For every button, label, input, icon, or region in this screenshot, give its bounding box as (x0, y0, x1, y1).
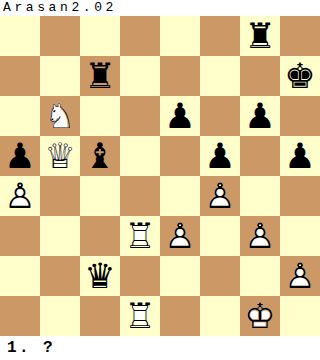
square-a6[interactable] (0, 96, 40, 136)
square-f3[interactable] (200, 216, 240, 256)
square-d1[interactable]: ♜♖ (120, 296, 160, 336)
piece-black-rook[interactable]: ♜ (80, 56, 120, 96)
square-b5[interactable]: ♛♕ (40, 136, 80, 176)
piece-white-queen[interactable]: ♛♕ (40, 136, 80, 176)
square-e4[interactable] (160, 176, 200, 216)
square-c8[interactable] (80, 16, 120, 56)
square-b2[interactable] (40, 256, 80, 296)
square-a5[interactable]: ♟ (0, 136, 40, 176)
piece-white-knight[interactable]: ♞♘ (40, 96, 80, 136)
square-d8[interactable] (120, 16, 160, 56)
square-a2[interactable] (0, 256, 40, 296)
chess-board: ♜♜♚♞♘♟♟♟♛♕♝♟♟♟♙♟♙♜♖♟♙♟♙♛♟♙♜♖♚♔ (0, 16, 320, 336)
square-b4[interactable] (40, 176, 80, 216)
chess-app-window: Arasan2.02 ♜♜♚♞♘♟♟♟♛♕♝♟♟♟♙♟♙♜♖♟♙♟♙♛♟♙♜♖♚… (0, 0, 320, 360)
square-f2[interactable] (200, 256, 240, 296)
square-f7[interactable] (200, 56, 240, 96)
square-e5[interactable] (160, 136, 200, 176)
piece-white-rook[interactable]: ♜♖ (120, 296, 160, 336)
square-g5[interactable] (240, 136, 280, 176)
square-h2[interactable]: ♟♙ (280, 256, 320, 296)
piece-black-rook[interactable]: ♜ (240, 16, 280, 56)
square-e8[interactable] (160, 16, 200, 56)
square-d5[interactable] (120, 136, 160, 176)
square-c3[interactable] (80, 216, 120, 256)
square-f6[interactable] (200, 96, 240, 136)
square-h7[interactable]: ♚ (280, 56, 320, 96)
square-a1[interactable] (0, 296, 40, 336)
square-c6[interactable] (80, 96, 120, 136)
square-d2[interactable] (120, 256, 160, 296)
square-c4[interactable] (80, 176, 120, 216)
square-d7[interactable] (120, 56, 160, 96)
piece-black-bishop[interactable]: ♝ (80, 136, 120, 176)
status-bar: 1. ? (0, 336, 320, 360)
square-a7[interactable] (0, 56, 40, 96)
square-e6[interactable]: ♟ (160, 96, 200, 136)
square-f8[interactable] (200, 16, 240, 56)
square-b3[interactable] (40, 216, 80, 256)
square-f1[interactable] (200, 296, 240, 336)
piece-white-pawn[interactable]: ♟♙ (200, 176, 240, 216)
square-g2[interactable] (240, 256, 280, 296)
piece-black-queen[interactable]: ♛ (80, 256, 120, 296)
piece-black-pawn[interactable]: ♟ (280, 136, 320, 176)
move-prompt: 1. ? (0, 339, 55, 357)
piece-black-pawn[interactable]: ♟ (0, 136, 40, 176)
square-h6[interactable] (280, 96, 320, 136)
square-e7[interactable] (160, 56, 200, 96)
square-e3[interactable]: ♟♙ (160, 216, 200, 256)
square-d6[interactable] (120, 96, 160, 136)
square-e1[interactable] (160, 296, 200, 336)
square-b7[interactable] (40, 56, 80, 96)
square-c7[interactable]: ♜ (80, 56, 120, 96)
square-h8[interactable] (280, 16, 320, 56)
square-h5[interactable]: ♟ (280, 136, 320, 176)
piece-black-pawn[interactable]: ♟ (200, 136, 240, 176)
square-c5[interactable]: ♝ (80, 136, 120, 176)
piece-white-pawn[interactable]: ♟♙ (160, 216, 200, 256)
piece-white-pawn[interactable]: ♟♙ (280, 256, 320, 296)
square-c1[interactable] (80, 296, 120, 336)
square-h4[interactable] (280, 176, 320, 216)
square-g7[interactable] (240, 56, 280, 96)
square-f5[interactable]: ♟ (200, 136, 240, 176)
piece-white-king[interactable]: ♚♔ (240, 296, 280, 336)
piece-white-pawn[interactable]: ♟♙ (240, 216, 280, 256)
square-d4[interactable] (120, 176, 160, 216)
square-f4[interactable]: ♟♙ (200, 176, 240, 216)
square-a3[interactable] (0, 216, 40, 256)
window-title: Arasan2.02 (0, 0, 320, 16)
square-c2[interactable]: ♛ (80, 256, 120, 296)
square-b6[interactable]: ♞♘ (40, 96, 80, 136)
square-a4[interactable]: ♟♙ (0, 176, 40, 216)
piece-black-pawn[interactable]: ♟ (160, 96, 200, 136)
square-h1[interactable] (280, 296, 320, 336)
piece-white-pawn[interactable]: ♟♙ (0, 176, 40, 216)
square-a8[interactable] (0, 16, 40, 56)
square-d3[interactable]: ♜♖ (120, 216, 160, 256)
square-b1[interactable] (40, 296, 80, 336)
square-g3[interactable]: ♟♙ (240, 216, 280, 256)
square-g6[interactable]: ♟ (240, 96, 280, 136)
square-g1[interactable]: ♚♔ (240, 296, 280, 336)
square-e2[interactable] (160, 256, 200, 296)
piece-black-pawn[interactable]: ♟ (240, 96, 280, 136)
square-h3[interactable] (280, 216, 320, 256)
piece-white-rook[interactable]: ♜♖ (120, 216, 160, 256)
square-b8[interactable] (40, 16, 80, 56)
square-g4[interactable] (240, 176, 280, 216)
piece-black-king[interactable]: ♚ (280, 56, 320, 96)
square-g8[interactable]: ♜ (240, 16, 280, 56)
